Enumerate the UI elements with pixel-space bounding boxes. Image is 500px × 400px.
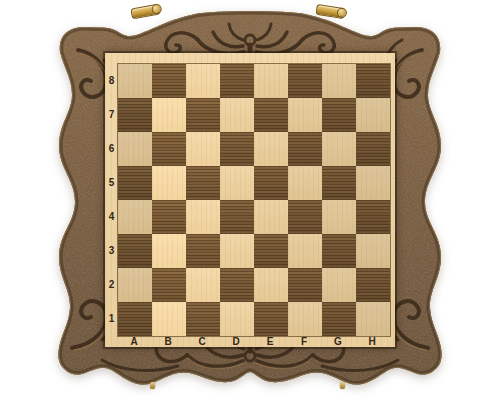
square-b2[interactable] (152, 268, 186, 302)
square-c2[interactable] (186, 268, 220, 302)
rank-label-4: 4 (105, 199, 117, 233)
square-h8[interactable] (356, 64, 390, 98)
rank-label-8: 8 (105, 63, 117, 97)
square-h5[interactable] (356, 166, 390, 200)
square-a6[interactable] (118, 132, 152, 166)
square-b4[interactable] (152, 200, 186, 234)
board-panel: 87654321 ABCDEFGH (105, 53, 395, 347)
square-c4[interactable] (186, 200, 220, 234)
chess-board-scene: 87654321 ABCDEFGH (0, 0, 500, 400)
brass-foot-right-icon (340, 382, 345, 389)
square-h2[interactable] (356, 268, 390, 302)
rank-label-6: 6 (105, 131, 117, 165)
square-a8[interactable] (118, 64, 152, 98)
square-h1[interactable] (356, 302, 390, 336)
square-c8[interactable] (186, 64, 220, 98)
square-f3[interactable] (288, 234, 322, 268)
square-a4[interactable] (118, 200, 152, 234)
rank-label-3: 3 (105, 233, 117, 267)
square-a2[interactable] (118, 268, 152, 302)
square-h6[interactable] (356, 132, 390, 166)
square-d6[interactable] (220, 132, 254, 166)
square-b8[interactable] (152, 64, 186, 98)
square-b6[interactable] (152, 132, 186, 166)
square-g1[interactable] (322, 302, 356, 336)
square-c6[interactable] (186, 132, 220, 166)
square-f5[interactable] (288, 166, 322, 200)
square-g6[interactable] (322, 132, 356, 166)
rank-labels: 87654321 (105, 63, 117, 335)
square-g4[interactable] (322, 200, 356, 234)
square-g8[interactable] (322, 64, 356, 98)
square-b3[interactable] (152, 234, 186, 268)
rank-label-7: 7 (105, 97, 117, 131)
square-g3[interactable] (322, 234, 356, 268)
square-d1[interactable] (220, 302, 254, 336)
square-a5[interactable] (118, 166, 152, 200)
square-c5[interactable] (186, 166, 220, 200)
rank-label-2: 2 (105, 267, 117, 301)
square-e4[interactable] (254, 200, 288, 234)
square-h3[interactable] (356, 234, 390, 268)
square-e1[interactable] (254, 302, 288, 336)
square-a1[interactable] (118, 302, 152, 336)
square-g7[interactable] (322, 98, 356, 132)
chess-grid (117, 63, 391, 337)
square-f7[interactable] (288, 98, 322, 132)
square-d4[interactable] (220, 200, 254, 234)
square-c1[interactable] (186, 302, 220, 336)
square-c7[interactable] (186, 98, 220, 132)
brass-foot-left-icon (150, 382, 155, 389)
square-a3[interactable] (118, 234, 152, 268)
square-c3[interactable] (186, 234, 220, 268)
square-e3[interactable] (254, 234, 288, 268)
rank-label-5: 5 (105, 165, 117, 199)
square-d2[interactable] (220, 268, 254, 302)
square-f8[interactable] (288, 64, 322, 98)
square-d7[interactable] (220, 98, 254, 132)
square-d3[interactable] (220, 234, 254, 268)
square-h4[interactable] (356, 200, 390, 234)
square-b1[interactable] (152, 302, 186, 336)
square-f1[interactable] (288, 302, 322, 336)
square-f6[interactable] (288, 132, 322, 166)
square-g5[interactable] (322, 166, 356, 200)
square-d8[interactable] (220, 64, 254, 98)
square-f4[interactable] (288, 200, 322, 234)
square-h7[interactable] (356, 98, 390, 132)
square-e8[interactable] (254, 64, 288, 98)
square-b5[interactable] (152, 166, 186, 200)
square-a7[interactable] (118, 98, 152, 132)
square-e2[interactable] (254, 268, 288, 302)
square-e6[interactable] (254, 132, 288, 166)
square-d5[interactable] (220, 166, 254, 200)
rank-label-1: 1 (105, 301, 117, 335)
square-b7[interactable] (152, 98, 186, 132)
square-g2[interactable] (322, 268, 356, 302)
square-f2[interactable] (288, 268, 322, 302)
square-e7[interactable] (254, 98, 288, 132)
square-e5[interactable] (254, 166, 288, 200)
